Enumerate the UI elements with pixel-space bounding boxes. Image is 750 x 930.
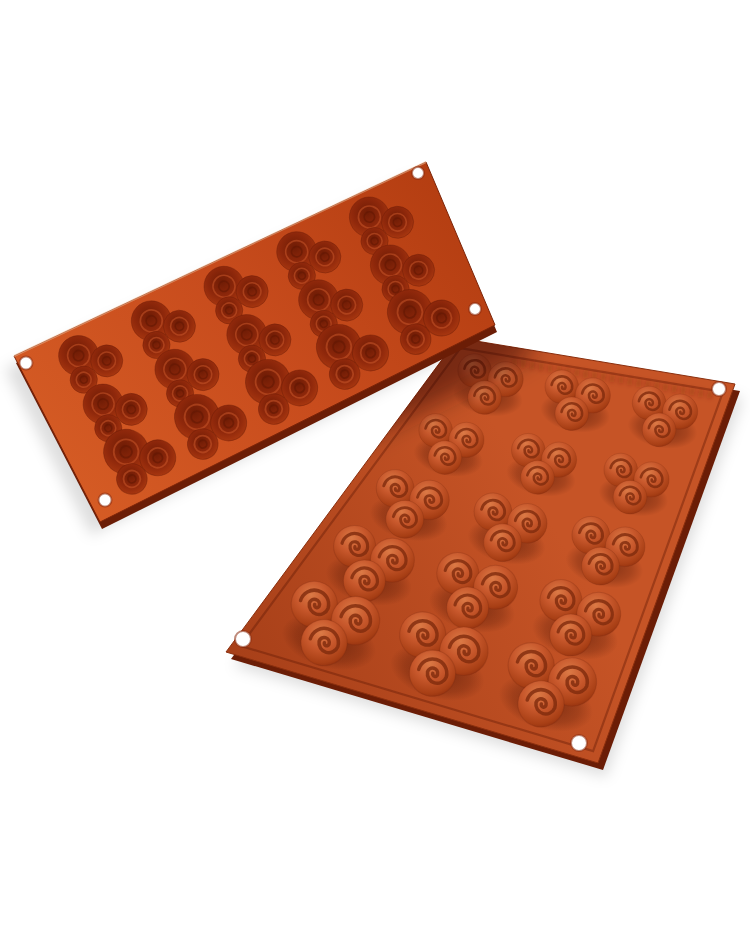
corner-hole	[712, 382, 726, 396]
corner-hole	[99, 494, 112, 507]
scene-svg	[0, 0, 750, 930]
corner-hole	[20, 357, 33, 370]
corner-hole	[235, 631, 251, 647]
product-photo	[0, 0, 750, 930]
corner-hole	[571, 735, 587, 751]
corner-hole	[469, 303, 481, 315]
corner-hole	[412, 167, 424, 179]
